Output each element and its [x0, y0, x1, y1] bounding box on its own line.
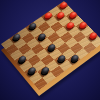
game-scene — [0, 0, 100, 100]
